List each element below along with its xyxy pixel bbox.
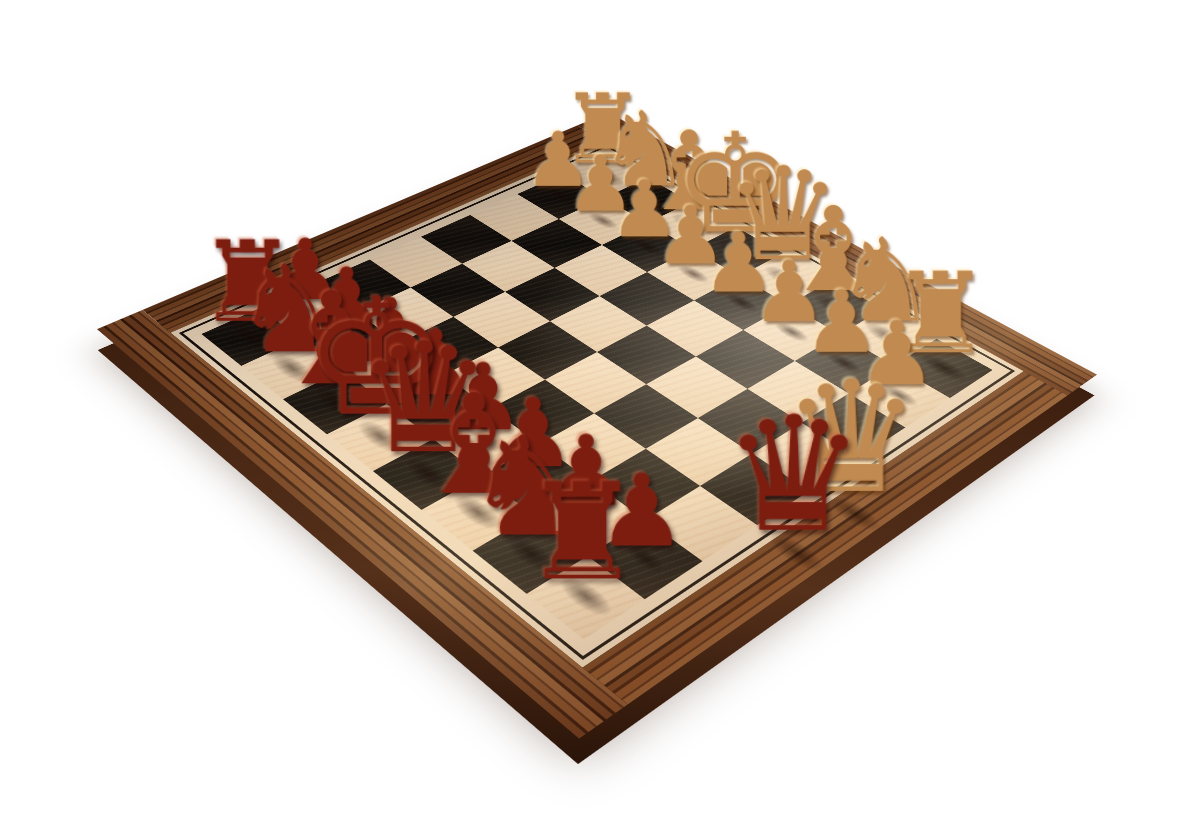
chess-board: ♜♞♝♚♛♝♞♜♟♟♟♟♟♟♟♟♟♟♟♟♟♟♟♟♜♞♝♚♛♝♞♜♛♛ (97, 113, 1097, 739)
piece-glyph: ♜ (487, 465, 678, 599)
photo-scene: ♜♞♝♚♛♝♞♜♟♟♟♟♟♟♟♟♟♟♟♟♟♟♟♟♜♞♝♚♛♝♞♜♛♛ (0, 0, 1200, 829)
